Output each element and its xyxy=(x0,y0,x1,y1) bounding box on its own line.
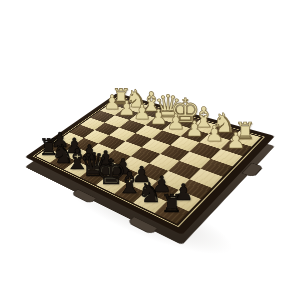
chess-set-photo: ♜♞♝♛♚♝♞♜♟♟♟♟♟♟♟♟♟♟♟♟♟♟♟♟♜♞♝♛♚♝♞♜ xyxy=(0,0,300,300)
